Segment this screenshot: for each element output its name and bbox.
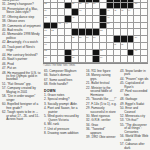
down-clues: 1. Grave notes2. Special ending?3. Socia…: [44, 94, 83, 136]
grid-cell[interactable]: 69: [100, 56, 107, 63]
grid-cell[interactable]: 36: [86, 3, 93, 10]
grid-cell[interactable]: [58, 56, 65, 63]
cell-number: 36: [86, 2, 88, 4]
grid-cell[interactable]: [79, 56, 86, 63]
grid-cell[interactable]: [114, 29, 121, 36]
cell-number: 51: [44, 29, 46, 31]
clue-item: 39. 1992 Obie winner: [86, 136, 117, 139]
across-tail-and-down-column: 65. Composer Wayburn66. Satan's domain67…: [44, 70, 83, 137]
grid-cell[interactable]: [121, 56, 128, 63]
cell-number: 63: [44, 49, 46, 51]
grid-cell[interactable]: [141, 23, 148, 30]
grid-cell[interactable]: 61: [114, 43, 121, 50]
cell-number: 47: [107, 16, 109, 18]
grid-cell[interactable]: [100, 36, 107, 43]
cell-number: 58: [93, 36, 95, 38]
clue-item: 57. Company created by Maytag in 2001: [2, 87, 41, 94]
cell-number: 41: [107, 9, 109, 11]
grid-cell[interactable]: 58: [93, 36, 100, 43]
grid-cell[interactable]: [128, 23, 135, 30]
clue-item: 18. Money-raising grps.: [86, 74, 117, 81]
clue-item: 4. Poet and Saxon, for a painter: [44, 107, 83, 114]
grid-cell[interactable]: 57: [86, 36, 93, 43]
grid-cell[interactable]: 43: [121, 9, 128, 16]
cell-number: 39: [44, 9, 46, 11]
cell-number: 68: [72, 56, 74, 58]
grid-cell[interactable]: [65, 29, 72, 36]
cell-number: 45: [44, 16, 46, 18]
cell-number: 48: [58, 22, 60, 24]
grid-cell[interactable]: 53: [100, 29, 107, 36]
grid-cell-black: [128, 36, 135, 43]
grid-cell[interactable]: [114, 23, 121, 30]
grid-cell-black: [93, 50, 100, 57]
grid-cell[interactable]: [141, 16, 148, 23]
grid-cell[interactable]: [121, 23, 128, 30]
grid-cell[interactable]: 55: [72, 36, 79, 43]
grid-cell[interactable]: [107, 43, 114, 50]
grid-cell[interactable]: [141, 56, 148, 63]
cell-number: 34: [72, 2, 74, 4]
clue-item: 8. Drawing room addition: [44, 132, 83, 135]
grid-cell[interactable]: [134, 23, 141, 30]
grid-cell[interactable]: [114, 16, 121, 23]
grid-cell[interactable]: [51, 50, 58, 57]
grid-cell[interactable]: [79, 23, 86, 30]
cell-number: 54: [44, 36, 46, 38]
grid-cell[interactable]: [65, 43, 72, 50]
clue-item: 29. Famously successful in store: [86, 107, 117, 114]
grid-cell[interactable]: [65, 9, 72, 16]
grid-cell[interactable]: 48: [58, 23, 65, 30]
grid-cell[interactable]: 67: [44, 56, 51, 63]
grid-cell[interactable]: [58, 3, 65, 10]
grid-cell[interactable]: 45: [44, 16, 51, 23]
cell-number: 49: [65, 22, 67, 24]
grid-cell-black: [93, 56, 100, 63]
grid-cell[interactable]: [107, 56, 114, 63]
clue-item: 55. "The discoverer of all things": Cerv…: [120, 124, 149, 134]
down-clues-column-3: 43. Snow lander in park44. "Frozen" sign…: [120, 70, 149, 150]
grid-cell[interactable]: [141, 50, 148, 57]
grid-cell-black: [65, 3, 72, 10]
cell-number: 53: [100, 29, 102, 31]
cell-number: 38: [135, 2, 137, 4]
grid-cell[interactable]: [141, 36, 148, 43]
crossword-grid: 3334353637383940414243444546474849505152…: [43, 0, 148, 64]
grid-cell[interactable]: [51, 3, 58, 10]
grid-cell[interactable]: [121, 16, 128, 23]
cell-number: 33: [44, 2, 46, 4]
grid-cell[interactable]: [86, 9, 93, 16]
grid-cell[interactable]: 34: [72, 3, 79, 10]
grid-cell[interactable]: [114, 56, 121, 63]
grid-cell[interactable]: [86, 56, 93, 63]
cell-number: 35: [79, 2, 81, 4]
grid-cell-black: [65, 50, 72, 57]
cell-number: 67: [44, 56, 46, 58]
grid-cell[interactable]: 44: [128, 9, 135, 16]
grid-cell[interactable]: 46: [72, 16, 79, 23]
clue-item: 41. Memorable 1998 Mindy politico: [2, 33, 41, 40]
clue-item: 56. World Wide Web code: [120, 135, 149, 142]
grid-cell[interactable]: [93, 23, 100, 30]
grid-cell[interactable]: [51, 9, 58, 16]
left-clues-column: Sand patron31. Jimmy's hangover?33. Pres…: [2, 0, 41, 122]
cell-number: 69: [100, 56, 102, 58]
cell-number: 62: [121, 43, 123, 45]
grid-cell[interactable]: [72, 23, 79, 30]
grid-cell[interactable]: [86, 16, 93, 23]
clue-item: 62. Tough spots to be in ... or what 17-…: [2, 111, 41, 121]
grid-cell[interactable]: [93, 16, 100, 23]
clue-item: 43. Snow lander in park: [120, 70, 149, 77]
grid-cell[interactable]: [86, 43, 93, 50]
grid-cell[interactable]: [121, 50, 128, 57]
cell-number: 40: [79, 9, 81, 11]
grid-cell[interactable]: [128, 16, 135, 23]
grid-cell[interactable]: [141, 3, 148, 10]
clue-item: 58. "Die in order wagon" singer: [2, 95, 41, 102]
grid-cell-black: [100, 9, 107, 16]
grid-cell[interactable]: [114, 50, 121, 57]
clue-item: 60. Expelled foreigner of a free grade?: [2, 103, 41, 110]
clue-item: 43. Track poet of Nero's reign: [2, 46, 41, 53]
grid-cell[interactable]: [79, 16, 86, 23]
grid-cell[interactable]: [58, 50, 65, 57]
grid-cell[interactable]: [141, 9, 148, 16]
grid-cell[interactable]: [121, 29, 128, 36]
clue-item: 68. Knife handle?: [44, 83, 83, 86]
clue-item: 48. He managed the U.S. to its first Oly…: [2, 72, 41, 82]
grid-cell[interactable]: [65, 36, 72, 43]
cell-number: 50: [107, 22, 109, 24]
clue-item: 5. Wind gusts rescued by Queen Victoria: [44, 115, 83, 122]
clue-item: 22. Minister to the second fiddle of Her…: [86, 87, 117, 97]
clue-item: 36. "Tweeted" appears: [86, 128, 117, 135]
down-clues-column-2: 16. 911 line figure18. Money-raising grp…: [86, 70, 117, 141]
grid-cell[interactable]: [93, 9, 100, 16]
grid-cell[interactable]: [51, 43, 58, 50]
cell-number: 42: [114, 9, 116, 11]
cell-number: 59: [135, 36, 137, 38]
grid-cell-black: [100, 16, 107, 23]
grid-cell[interactable]: [141, 29, 148, 36]
cell-number: 66: [135, 49, 137, 51]
grid-cell[interactable]: [107, 36, 114, 43]
clue-item: 38. Obtuse ones: [2, 20, 41, 23]
grid-cell[interactable]: [134, 9, 141, 16]
cell-number: 57: [86, 36, 88, 38]
cell-number: 52: [51, 29, 53, 31]
grid-cell[interactable]: 37: [93, 3, 100, 10]
cell-number: 65: [100, 49, 102, 51]
grid-cell[interactable]: 56: [79, 36, 86, 43]
grid-cell[interactable]: [51, 36, 58, 43]
clue-item: 50. Error and Counsel: [120, 107, 149, 114]
cell-number: 61: [114, 43, 116, 45]
grid-cell[interactable]: 49: [65, 23, 72, 30]
cell-number: 43: [121, 9, 123, 11]
grid-cell[interactable]: 40: [79, 9, 86, 16]
grid-cell[interactable]: [107, 29, 114, 36]
grid-cell[interactable]: 42: [114, 9, 121, 16]
grid-cell[interactable]: [93, 43, 100, 50]
grid-cell[interactable]: [58, 36, 65, 43]
across-tail-clues: 65. Composer Wayburn66. Satan's domain67…: [44, 70, 83, 87]
grid-cell[interactable]: 50: [107, 23, 114, 30]
grid-cell[interactable]: 38: [134, 3, 141, 10]
grid-cell[interactable]: 52: [51, 29, 58, 36]
cell-number: 56: [79, 36, 81, 38]
cell-number: 37: [93, 2, 95, 4]
clue-item: 57. Cabanas after dark: [120, 143, 149, 150]
grid-cell[interactable]: [58, 29, 65, 36]
grid-cell[interactable]: [58, 43, 65, 50]
grid-cell[interactable]: [134, 16, 141, 23]
grid-cell[interactable]: 68: [72, 56, 79, 63]
cell-number: 60: [44, 43, 46, 45]
cell-number: 46: [72, 16, 74, 18]
cell-number: 64: [72, 49, 74, 51]
grid-cell-black: [128, 50, 135, 57]
grid-cell[interactable]: [100, 3, 107, 10]
grid-cell[interactable]: [79, 43, 86, 50]
grid-cell[interactable]: 59: [134, 36, 141, 43]
grid-cell-black: [65, 56, 72, 63]
grid-cell[interactable]: [128, 43, 135, 50]
clue-item: 45. Capitalized of Ryan's: [120, 82, 149, 89]
cell-number: 55: [72, 36, 74, 38]
grid-cell[interactable]: [58, 9, 65, 16]
grid-cell[interactable]: [51, 56, 58, 63]
grid-caption: ©2005 The New York Times: [43, 64, 75, 67]
crossword-puzzle-page: { "game": "crossword", "page": { "captio…: [0, 0, 150, 150]
grid-cell[interactable]: [134, 56, 141, 63]
grid-cell[interactable]: [51, 16, 58, 23]
grid-cell[interactable]: 62: [121, 43, 128, 50]
clue-item: 47. Ford succeeded him: [120, 90, 149, 97]
grid-cell[interactable]: [86, 23, 93, 30]
grid-cell[interactable]: 66: [134, 50, 141, 57]
grid-cell[interactable]: [128, 29, 135, 36]
grid-cell[interactable]: [107, 50, 114, 57]
cell-number: 44: [128, 9, 130, 11]
grid-cell[interactable]: [128, 56, 135, 63]
clue-item: 33. Presentation of a Mac, Steve Jobs st…: [2, 8, 41, 15]
grid-cell[interactable]: [79, 50, 86, 57]
clue-item: 47. Put on: [2, 67, 41, 70]
grid-cell[interactable]: [141, 43, 148, 50]
grid-cell[interactable]: [86, 50, 93, 57]
